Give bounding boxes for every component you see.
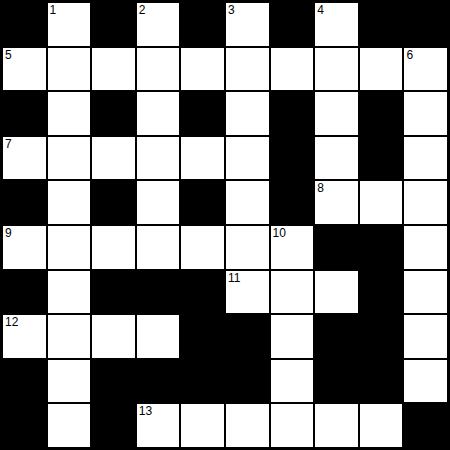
block-cell-r0c2 (91, 2, 136, 47)
letter-cell-r1c4[interactable] (180, 47, 225, 92)
clue-number-4: 4 (317, 3, 324, 17)
block-cell-r0c8 (359, 2, 404, 47)
letter-cell-r7c1[interactable] (47, 314, 92, 359)
block-cell-r6c4 (180, 270, 225, 315)
letter-cell-r1c0[interactable]: 5 (2, 47, 47, 92)
letter-cell-r3c7[interactable] (314, 136, 359, 181)
letter-cell-r3c1[interactable] (47, 136, 92, 181)
letter-cell-r9c7[interactable] (314, 403, 359, 448)
letter-cell-r7c3[interactable] (136, 314, 181, 359)
letter-cell-r1c1[interactable] (47, 47, 92, 92)
letter-cell-r5c1[interactable] (47, 225, 92, 270)
letter-cell-r5c9[interactable] (403, 225, 448, 270)
block-cell-r3c8 (359, 136, 404, 181)
letter-cell-r1c2[interactable] (91, 47, 136, 92)
letter-cell-r1c3[interactable] (136, 47, 181, 92)
letter-cell-r7c6[interactable] (270, 314, 315, 359)
letter-cell-r3c9[interactable] (403, 136, 448, 181)
block-cell-r2c0 (2, 91, 47, 136)
letter-cell-r4c5[interactable] (225, 180, 270, 225)
letter-cell-r1c7[interactable] (314, 47, 359, 92)
clue-number-2: 2 (139, 3, 146, 17)
letter-cell-r0c3[interactable]: 2 (136, 2, 181, 47)
letter-cell-r9c3[interactable]: 13 (136, 403, 181, 448)
letter-cell-r3c4[interactable] (180, 136, 225, 181)
letter-cell-r5c4[interactable] (180, 225, 225, 270)
block-cell-r6c0 (2, 270, 47, 315)
letter-cell-r9c5[interactable] (225, 403, 270, 448)
block-cell-r4c0 (2, 180, 47, 225)
letter-cell-r9c4[interactable] (180, 403, 225, 448)
block-cell-r2c4 (180, 91, 225, 136)
letter-cell-r5c2[interactable] (91, 225, 136, 270)
clue-number-7: 7 (5, 137, 12, 151)
block-cell-r6c8 (359, 270, 404, 315)
letter-cell-r7c0[interactable]: 12 (2, 314, 47, 359)
block-cell-r3c6 (270, 136, 315, 181)
letter-cell-r7c9[interactable] (403, 314, 448, 359)
clue-number-12: 12 (5, 315, 18, 329)
letter-cell-r5c0[interactable]: 9 (2, 225, 47, 270)
letter-cell-r4c9[interactable] (403, 180, 448, 225)
letter-cell-r4c7[interactable]: 8 (314, 180, 359, 225)
block-cell-r8c2 (91, 359, 136, 404)
block-cell-r7c8 (359, 314, 404, 359)
clue-number-1: 1 (50, 3, 57, 17)
block-cell-r8c8 (359, 359, 404, 404)
letter-cell-r9c8[interactable] (359, 403, 404, 448)
block-cell-r9c2 (91, 403, 136, 448)
letter-cell-r5c5[interactable] (225, 225, 270, 270)
clue-number-5: 5 (5, 48, 12, 62)
block-cell-r6c2 (91, 270, 136, 315)
letter-cell-r1c8[interactable] (359, 47, 404, 92)
letter-cell-r2c3[interactable] (136, 91, 181, 136)
block-cell-r7c4 (180, 314, 225, 359)
letter-cell-r7c2[interactable] (91, 314, 136, 359)
block-cell-r9c9 (403, 403, 448, 448)
block-cell-r8c4 (180, 359, 225, 404)
crossword-board: 12345678910111213 (0, 0, 450, 450)
block-cell-r5c8 (359, 225, 404, 270)
block-cell-r2c6 (270, 91, 315, 136)
block-cell-r8c0 (2, 359, 47, 404)
clue-number-13: 13 (139, 404, 152, 418)
block-cell-r5c7 (314, 225, 359, 270)
clue-number-10: 10 (273, 226, 286, 240)
letter-cell-r6c7[interactable] (314, 270, 359, 315)
letter-cell-r4c3[interactable] (136, 180, 181, 225)
letter-cell-r5c3[interactable] (136, 225, 181, 270)
block-cell-r4c2 (91, 180, 136, 225)
letter-cell-r6c5[interactable]: 11 (225, 270, 270, 315)
clue-number-6: 6 (406, 48, 413, 62)
letter-cell-r2c5[interactable] (225, 91, 270, 136)
letter-cell-r2c1[interactable] (47, 91, 92, 136)
letter-cell-r8c1[interactable] (47, 359, 92, 404)
letter-cell-r0c1[interactable]: 1 (47, 2, 92, 47)
letter-cell-r1c5[interactable] (225, 47, 270, 92)
letter-cell-r3c0[interactable]: 7 (2, 136, 47, 181)
letter-cell-r6c6[interactable] (270, 270, 315, 315)
block-cell-r0c0 (2, 2, 47, 47)
block-cell-r2c2 (91, 91, 136, 136)
block-cell-r0c9 (403, 2, 448, 47)
letter-cell-r3c2[interactable] (91, 136, 136, 181)
block-cell-r6c3 (136, 270, 181, 315)
clue-number-8: 8 (317, 181, 324, 195)
block-cell-r7c5 (225, 314, 270, 359)
letter-cell-r1c9[interactable]: 6 (403, 47, 448, 92)
letter-cell-r8c9[interactable] (403, 359, 448, 404)
block-cell-r8c5 (225, 359, 270, 404)
letter-cell-r0c5[interactable]: 3 (225, 2, 270, 47)
letter-cell-r1c6[interactable] (270, 47, 315, 92)
letter-cell-r3c5[interactable] (225, 136, 270, 181)
clue-number-11: 11 (228, 271, 240, 285)
clue-number-9: 9 (5, 226, 12, 240)
letter-cell-r8c6[interactable] (270, 359, 315, 404)
block-cell-r8c7 (314, 359, 359, 404)
letter-cell-r2c7[interactable] (314, 91, 359, 136)
letter-cell-r2c9[interactable] (403, 91, 448, 136)
letter-cell-r0c7[interactable]: 4 (314, 2, 359, 47)
block-cell-r2c8 (359, 91, 404, 136)
letter-cell-r9c6[interactable] (270, 403, 315, 448)
letter-cell-r6c1[interactable] (47, 270, 92, 315)
block-cell-r4c4 (180, 180, 225, 225)
block-cell-r0c6 (270, 2, 315, 47)
letter-cell-r6c9[interactable] (403, 270, 448, 315)
block-cell-r8c3 (136, 359, 181, 404)
letter-cell-r4c1[interactable] (47, 180, 92, 225)
block-cell-r0c4 (180, 2, 225, 47)
clue-number-3: 3 (228, 3, 235, 17)
letter-cell-r9c1[interactable] (47, 403, 92, 448)
block-cell-r9c0 (2, 403, 47, 448)
letter-cell-r4c8[interactable] (359, 180, 404, 225)
block-cell-r4c6 (270, 180, 315, 225)
block-cell-r7c7 (314, 314, 359, 359)
letter-cell-r3c3[interactable] (136, 136, 181, 181)
letter-cell-r5c6[interactable]: 10 (270, 225, 315, 270)
